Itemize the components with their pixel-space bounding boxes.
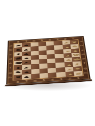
square-h5[interactable] [39, 73, 48, 78]
square-h7[interactable]: ♟ [22, 74, 31, 79]
chess-board: 87654321a♜♟♟♜ab♞♟♟♞bc♝♟♟♝cd♛♟♟♛de♚♟♟♚ef♝… [6, 36, 90, 85]
square-h8[interactable]: ♜ [14, 74, 23, 79]
square-h6[interactable] [31, 73, 40, 78]
product-photo: 87654321a♜♟♟♜ab♞♟♟♞bc♝♟♟♝cd♛♟♟♛de♚♟♟♚ef♝… [0, 0, 95, 126]
square-h4[interactable] [48, 72, 57, 77]
square-h1[interactable]: ♜ [73, 71, 82, 76]
piece-white-rook[interactable]: ♜ [74, 72, 83, 75]
